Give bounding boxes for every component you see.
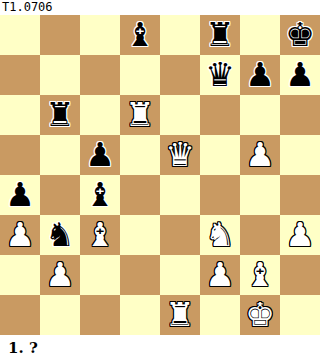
square-c3[interactable]: ♝ [80, 215, 120, 255]
square-c4[interactable]: ♝ [80, 175, 120, 215]
square-h6[interactable] [280, 95, 320, 135]
white-rook-piece: ♜ [125, 95, 155, 135]
square-g3[interactable] [240, 215, 280, 255]
square-h4[interactable] [280, 175, 320, 215]
square-f8[interactable]: ♜ [200, 15, 240, 55]
square-d3[interactable] [120, 215, 160, 255]
black-rook-piece: ♜ [205, 15, 235, 55]
square-g6[interactable] [240, 95, 280, 135]
square-e6[interactable] [160, 95, 200, 135]
white-king-piece: ♚ [245, 295, 275, 335]
square-c5[interactable]: ♟ [80, 135, 120, 175]
white-pawn-piece: ♟ [205, 255, 235, 295]
square-h3[interactable]: ♟ [280, 215, 320, 255]
square-d7[interactable] [120, 55, 160, 95]
square-d4[interactable] [120, 175, 160, 215]
black-bishop-piece: ♝ [85, 175, 115, 215]
square-b7[interactable] [40, 55, 80, 95]
black-rook-piece: ♜ [45, 95, 75, 135]
chess-board: ♝♜♚♛♟♟♜♜♟♛♟♟♝♟♞♝♞♟♟♟♝♜♚ [0, 15, 320, 335]
black-queen-piece: ♛ [205, 55, 235, 95]
square-g1[interactable]: ♚ [240, 295, 280, 335]
black-knight-piece: ♞ [45, 215, 75, 255]
square-e1[interactable]: ♜ [160, 295, 200, 335]
square-c2[interactable] [80, 255, 120, 295]
white-pawn-piece: ♟ [5, 215, 35, 255]
square-e8[interactable] [160, 15, 200, 55]
square-a3[interactable]: ♟ [0, 215, 40, 255]
white-bishop-piece: ♝ [85, 215, 115, 255]
black-pawn-piece: ♟ [285, 55, 315, 95]
square-h8[interactable]: ♚ [280, 15, 320, 55]
square-a8[interactable] [0, 15, 40, 55]
square-f5[interactable] [200, 135, 240, 175]
square-h2[interactable] [280, 255, 320, 295]
square-a1[interactable] [0, 295, 40, 335]
square-a6[interactable] [0, 95, 40, 135]
puzzle-id-label: T1.0706 [0, 0, 320, 15]
square-d5[interactable] [120, 135, 160, 175]
square-c6[interactable] [80, 95, 120, 135]
square-f4[interactable] [200, 175, 240, 215]
square-h7[interactable]: ♟ [280, 55, 320, 95]
black-king-piece: ♚ [285, 15, 315, 55]
square-e3[interactable] [160, 215, 200, 255]
square-d2[interactable] [120, 255, 160, 295]
square-c1[interactable] [80, 295, 120, 335]
square-h5[interactable] [280, 135, 320, 175]
square-a7[interactable] [0, 55, 40, 95]
white-pawn-piece: ♟ [45, 255, 75, 295]
square-b4[interactable] [40, 175, 80, 215]
square-f1[interactable] [200, 295, 240, 335]
square-a4[interactable]: ♟ [0, 175, 40, 215]
square-e4[interactable] [160, 175, 200, 215]
white-rook-piece: ♜ [165, 295, 195, 335]
white-queen-piece: ♛ [165, 135, 195, 175]
square-b1[interactable] [40, 295, 80, 335]
square-a2[interactable] [0, 255, 40, 295]
white-bishop-piece: ♝ [245, 255, 275, 295]
square-b2[interactable]: ♟ [40, 255, 80, 295]
square-e7[interactable] [160, 55, 200, 95]
square-f3[interactable]: ♞ [200, 215, 240, 255]
black-pawn-piece: ♟ [5, 175, 35, 215]
square-a5[interactable] [0, 135, 40, 175]
square-c8[interactable] [80, 15, 120, 55]
square-g5[interactable]: ♟ [240, 135, 280, 175]
black-pawn-piece: ♟ [85, 135, 115, 175]
square-b8[interactable] [40, 15, 80, 55]
square-g4[interactable] [240, 175, 280, 215]
square-b3[interactable]: ♞ [40, 215, 80, 255]
square-b5[interactable] [40, 135, 80, 175]
square-b6[interactable]: ♜ [40, 95, 80, 135]
square-d8[interactable]: ♝ [120, 15, 160, 55]
square-f7[interactable]: ♛ [200, 55, 240, 95]
white-pawn-piece: ♟ [285, 215, 315, 255]
square-e2[interactable] [160, 255, 200, 295]
white-pawn-piece: ♟ [245, 135, 275, 175]
square-c7[interactable] [80, 55, 120, 95]
square-g2[interactable]: ♝ [240, 255, 280, 295]
square-f2[interactable]: ♟ [200, 255, 240, 295]
square-d1[interactable] [120, 295, 160, 335]
square-f6[interactable] [200, 95, 240, 135]
square-g8[interactable] [240, 15, 280, 55]
move-prompt-label: 1. ? [0, 335, 320, 360]
square-d6[interactable]: ♜ [120, 95, 160, 135]
black-pawn-piece: ♟ [245, 55, 275, 95]
black-bishop-piece: ♝ [125, 15, 155, 55]
square-h1[interactable] [280, 295, 320, 335]
white-knight-piece: ♞ [205, 215, 235, 255]
square-g7[interactable]: ♟ [240, 55, 280, 95]
square-e5[interactable]: ♛ [160, 135, 200, 175]
chess-puzzle-app: T1.0706 ♝♜♚♛♟♟♜♜♟♛♟♟♝♟♞♝♞♟♟♟♝♜♚ 1. ? [0, 0, 320, 360]
